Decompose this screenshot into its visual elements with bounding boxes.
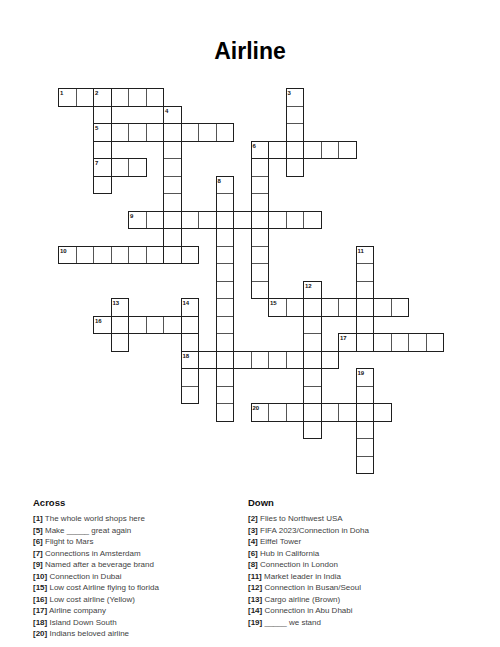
cell-r8c9[interactable]: [216, 228, 235, 247]
cell-r0c5[interactable]: [146, 88, 165, 107]
cell-r12c18[interactable]: [373, 298, 392, 317]
cell-r12c19[interactable]: [391, 298, 410, 317]
cell-r17c9[interactable]: [216, 386, 235, 405]
cell-r3c15[interactable]: [321, 141, 340, 160]
clue-across-1: [1] The whole world shops here: [33, 513, 247, 525]
clue-down-8: [8] Connection in London: [248, 559, 462, 571]
crossword-page: Airline 1567910151617182023481112131419 …: [0, 0, 500, 647]
cell-r15c14[interactable]: [303, 351, 322, 370]
cell-r2c4[interactable]: [128, 123, 147, 142]
cell-r15c7[interactable]: [181, 351, 200, 370]
cell-r5c9[interactable]: [216, 176, 235, 195]
cell-r3c16[interactable]: [338, 141, 357, 160]
clue-number: [14]: [248, 606, 262, 615]
cell-r17c17[interactable]: [356, 386, 375, 405]
cell-r7c6[interactable]: [163, 211, 182, 230]
cell-r0c1[interactable]: [76, 88, 95, 107]
clue-number: [11]: [248, 572, 262, 581]
cell-r16c17[interactable]: [356, 368, 375, 387]
cell-r15c11[interactable]: [251, 351, 270, 370]
cell-r0c0[interactable]: [58, 88, 77, 107]
cell-r8c11[interactable]: [251, 228, 270, 247]
cell-r17c14[interactable]: [303, 386, 322, 405]
cell-r7c10[interactable]: [233, 211, 252, 230]
cell-r18c14[interactable]: [303, 403, 322, 422]
cell-r14c21[interactable]: [426, 333, 445, 352]
clue-down-19: [19] _____ we stand: [248, 617, 462, 629]
cell-r15c15[interactable]: [321, 351, 340, 370]
cell-r7c12[interactable]: [268, 211, 287, 230]
cell-r10c9[interactable]: [216, 263, 235, 282]
cell-r2c2[interactable]: [93, 123, 112, 142]
cell-r11c9[interactable]: [216, 281, 235, 300]
cell-r6c11[interactable]: [251, 193, 270, 212]
cell-r3c13[interactable]: [286, 141, 305, 160]
cell-r15c13[interactable]: [286, 351, 305, 370]
cell-r7c7[interactable]: [181, 211, 200, 230]
cell-r9c17[interactable]: [356, 246, 375, 265]
cell-r17c7[interactable]: [181, 386, 200, 405]
cell-r2c7[interactable]: [181, 123, 200, 142]
clue-number: [5]: [33, 526, 43, 535]
down-clue-list: [2] Flies to Northwest USA[3] FIFA 2023/…: [248, 513, 462, 628]
cell-r16c7[interactable]: [181, 368, 200, 387]
clue-number: [13]: [248, 595, 262, 604]
cell-r0c13[interactable]: [286, 88, 305, 107]
cell-r2c3[interactable]: [111, 123, 130, 142]
cell-r18c12[interactable]: [268, 403, 287, 422]
cell-r14c16[interactable]: [338, 333, 357, 352]
cell-r13c3[interactable]: [111, 316, 130, 335]
cell-r12c16[interactable]: [338, 298, 357, 317]
clue-number: [16]: [33, 595, 47, 604]
across-clues-section: Across [1] The whole world shops here[5]…: [33, 497, 247, 640]
cell-r11c14[interactable]: [303, 281, 322, 300]
cell-r5c11[interactable]: [251, 176, 270, 195]
clue-number: [10]: [33, 572, 47, 581]
cell-r4c6[interactable]: [163, 158, 182, 177]
cell-r0c4[interactable]: [128, 88, 147, 107]
cell-r4c11[interactable]: [251, 158, 270, 177]
cell-r13c9[interactable]: [216, 316, 235, 335]
across-clue-list: [1] The whole world shops here[5] Make _…: [33, 513, 247, 640]
cell-r0c3[interactable]: [111, 88, 130, 107]
cell-r18c9[interactable]: [216, 403, 235, 422]
cell-r15c9[interactable]: [216, 351, 235, 370]
cell-r9c7[interactable]: [181, 246, 200, 265]
cell-r13c5[interactable]: [146, 316, 165, 335]
cell-r7c8[interactable]: [198, 211, 217, 230]
cell-r16c14[interactable]: [303, 368, 322, 387]
clue-down-3: [3] FIFA 2023/Connection in Doha: [248, 525, 462, 537]
cell-r3c6[interactable]: [163, 141, 182, 160]
clue-down-2: [2] Flies to Northwest USA: [248, 513, 462, 525]
cell-r15c8[interactable]: [198, 351, 217, 370]
cell-r14c18[interactable]: [373, 333, 392, 352]
cell-r14c19[interactable]: [391, 333, 410, 352]
cell-r7c9[interactable]: [216, 211, 235, 230]
clue-across-5: [5] Make _____ great again: [33, 525, 247, 537]
clue-number: [12]: [248, 583, 262, 592]
clue-number: [18]: [33, 618, 47, 627]
clue-across-16: [16] Low cost airline (Yellow): [33, 594, 247, 606]
cell-r5c2[interactable]: [93, 176, 112, 195]
crossword-grid: 1567910151617182023481112131419: [58, 88, 444, 474]
cell-r18c17[interactable]: [356, 403, 375, 422]
clue-across-18: [18] Island Down South: [33, 617, 247, 629]
cell-r12c15[interactable]: [321, 298, 340, 317]
cell-r13c7[interactable]: [181, 316, 200, 335]
clue-number: [2]: [248, 514, 258, 523]
cell-r3c12[interactable]: [268, 141, 287, 160]
cell-r11c11[interactable]: [251, 281, 270, 300]
across-header: Across: [33, 497, 247, 508]
clue-number: [7]: [33, 549, 43, 558]
cell-r6c6[interactable]: [163, 193, 182, 212]
clue-down-12: [12] Connection in Busan/Seoul: [248, 582, 462, 594]
cell-r19c14[interactable]: [303, 421, 322, 440]
clue-number: [6]: [33, 537, 43, 546]
cell-r1c2[interactable]: [93, 106, 112, 125]
cell-r14c14[interactable]: [303, 333, 322, 352]
cell-r13c14[interactable]: [303, 316, 322, 335]
cell-r18c16[interactable]: [338, 403, 357, 422]
cell-r4c2[interactable]: [93, 158, 112, 177]
cell-r12c7[interactable]: [181, 298, 200, 317]
cell-r18c11[interactable]: [251, 403, 270, 422]
clue-number: [20]: [33, 629, 47, 638]
clue-number: [3]: [248, 526, 258, 535]
cell-r1c6[interactable]: [163, 106, 182, 125]
cell-r1c13[interactable]: [286, 106, 305, 125]
cell-r12c3[interactable]: [111, 298, 130, 317]
cell-r13c2[interactable]: [93, 316, 112, 335]
cell-r2c6[interactable]: [163, 123, 182, 142]
clue-number: [4]: [248, 537, 258, 546]
clue-down-4: [4] Eiffel Tower: [248, 536, 462, 548]
cell-r10c11[interactable]: [251, 263, 270, 282]
cell-r3c14[interactable]: [303, 141, 322, 160]
puzzle-title: Airline: [0, 38, 500, 65]
cell-r9c2[interactable]: [93, 246, 112, 265]
cell-r7c14[interactable]: [303, 211, 322, 230]
cell-r7c4[interactable]: [128, 211, 147, 230]
cell-r19c17[interactable]: [356, 421, 375, 440]
cell-r15c10[interactable]: [233, 351, 252, 370]
clue-number: [19]: [248, 618, 262, 627]
cell-r0c2[interactable]: [93, 88, 112, 107]
cell-r13c6[interactable]: [163, 316, 182, 335]
cell-r3c11[interactable]: [251, 141, 270, 160]
clue-down-6: [6] Hub in California: [248, 548, 462, 560]
cell-r4c4[interactable]: [128, 158, 147, 177]
cell-r12c9[interactable]: [216, 298, 235, 317]
cell-r16c9[interactable]: [216, 368, 235, 387]
down-clues-section: Down [2] Flies to Northwest USA[3] FIFA …: [248, 497, 462, 628]
cell-r2c8[interactable]: [198, 123, 217, 142]
cell-r9c5[interactable]: [146, 246, 165, 265]
cell-r13c17[interactable]: [356, 316, 375, 335]
cell-r14c17[interactable]: [356, 333, 375, 352]
down-header: Down: [248, 497, 462, 508]
cell-r5c6[interactable]: [163, 176, 182, 195]
cell-r18c15[interactable]: [321, 403, 340, 422]
clue-across-20: [20] Indians beloved airline: [33, 628, 247, 640]
cell-r4c13[interactable]: [286, 158, 305, 177]
cell-r14c3[interactable]: [111, 333, 130, 352]
cell-r14c9[interactable]: [216, 333, 235, 352]
cell-r4c3[interactable]: [111, 158, 130, 177]
clue-across-6: [6] Flight to Mars: [33, 536, 247, 548]
cell-r12c13[interactable]: [286, 298, 305, 317]
clue-number: [1]: [33, 514, 43, 523]
clue-number: [9]: [33, 560, 43, 569]
clue-down-11: [11] Market leader in India: [248, 571, 462, 583]
cell-r11c17[interactable]: [356, 281, 375, 300]
cell-r14c20[interactable]: [408, 333, 427, 352]
cell-r12c17[interactable]: [356, 298, 375, 317]
cell-r18c13[interactable]: [286, 403, 305, 422]
clue-across-10: [10] Connection in Dubai: [33, 571, 247, 583]
cell-r18c18[interactable]: [373, 403, 392, 422]
cell-r9c6[interactable]: [163, 246, 182, 265]
cell-r12c12[interactable]: [268, 298, 287, 317]
cell-r13c4[interactable]: [128, 316, 147, 335]
cell-r2c9[interactable]: [216, 123, 235, 142]
cell-r7c13[interactable]: [286, 211, 305, 230]
cell-r8c6[interactable]: [163, 228, 182, 247]
cell-r9c9[interactable]: [216, 246, 235, 265]
cell-r3c2[interactable]: [93, 141, 112, 160]
cell-r6c9[interactable]: [216, 193, 235, 212]
clue-down-13: [13] Cargo airline (Brown): [248, 594, 462, 606]
cell-r2c13[interactable]: [286, 123, 305, 142]
cell-r9c4[interactable]: [128, 246, 147, 265]
cell-r15c12[interactable]: [268, 351, 287, 370]
cell-r12c14[interactable]: [303, 298, 322, 317]
cell-r7c11[interactable]: [251, 211, 270, 230]
cell-r9c0[interactable]: [58, 246, 77, 265]
cell-r21c17[interactable]: [356, 456, 375, 475]
cell-r20c17[interactable]: [356, 438, 375, 457]
clue-number: [15]: [33, 583, 47, 592]
cell-r10c17[interactable]: [356, 263, 375, 282]
clue-across-9: [9] Named after a beverage brand: [33, 559, 247, 571]
clue-across-17: [17] Airline company: [33, 605, 247, 617]
clue-across-7: [7] Connections in Amsterdam: [33, 548, 247, 560]
cell-r9c11[interactable]: [251, 246, 270, 265]
cell-r9c3[interactable]: [111, 246, 130, 265]
clue-across-15: [15] Low cost Airline flying to florida: [33, 582, 247, 594]
clue-number: [8]: [248, 560, 258, 569]
clue-number: [17]: [33, 606, 47, 615]
clue-down-14: [14] Connection in Abu Dhabi: [248, 605, 462, 617]
clue-number: [6]: [248, 549, 258, 558]
cell-r9c1[interactable]: [76, 246, 95, 265]
cell-r7c5[interactable]: [146, 211, 165, 230]
cell-r2c5[interactable]: [146, 123, 165, 142]
cell-r14c7[interactable]: [181, 333, 200, 352]
